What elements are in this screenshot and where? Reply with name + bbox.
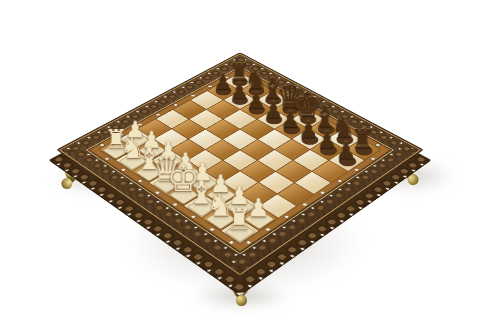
piece-black-pawn[interactable]: ♟ <box>317 129 338 152</box>
piece-black-pawn[interactable]: ♟ <box>336 139 357 162</box>
piece-white-rook[interactable]: ♜ <box>226 205 252 234</box>
chess-board: ♜♞♝♛♚♝♞♜♟♟♟♟♟♟♟♟♟♟♟♟♟♟♟♟♜♞♝♛♚♝♞♜ <box>56 52 424 277</box>
board-scene: ♜♞♝♛♚♝♞♜♟♟♟♟♟♟♟♟♟♟♟♟♟♟♟♟♜♞♝♛♚♝♞♜ <box>0 0 480 320</box>
product-photo: ♜♞♝♛♚♝♞♜♟♟♟♟♟♟♟♟♟♟♟♟♟♟♟♟♜♞♝♛♚♝♞♜ <box>0 0 480 320</box>
